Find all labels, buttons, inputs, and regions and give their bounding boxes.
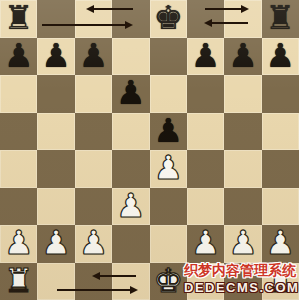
black-pawn-d6: ♟ [116,76,146,109]
square-c3 [75,188,112,226]
square-e8: ♚ [150,0,187,38]
square-d5 [112,113,149,151]
square-g4 [224,150,261,188]
white-pawn-b2: ♟ [41,226,71,259]
square-f5 [187,113,224,151]
white-pawn-e4: ♟ [153,151,183,184]
square-a2: ♟ [0,225,37,263]
square-b2: ♟ [37,225,74,263]
square-a4 [0,150,37,188]
square-e7 [150,38,187,76]
square-c7: ♟ [75,38,112,76]
white-pawn-a2: ♟ [4,226,34,259]
square-g6 [224,75,261,113]
square-e2 [150,225,187,263]
square-f1 [187,263,224,300]
white-pawn-c2: ♟ [79,226,109,259]
square-b4 [37,150,74,188]
black-pawn-b7: ♟ [41,39,71,72]
black-pawn-c7: ♟ [79,39,109,72]
square-a5 [0,113,37,151]
square-h2: ♟ [262,225,299,263]
square-g7: ♟ [224,38,261,76]
square-f7: ♟ [187,38,224,76]
square-e3 [150,188,187,226]
square-d1 [112,263,149,300]
square-h8: ♜ [262,0,299,38]
square-b8 [37,0,74,38]
square-h5 [262,113,299,151]
chess-diagram: ♜♚♜♟♟♟♟♟♟♟♟♟♟♟♟♟♟♟♟♜♚♜ 织梦内容管理系统 DEDECMS.… [0,0,299,300]
square-a3 [0,188,37,226]
white-rook-h1: ♜ [266,264,296,297]
square-c4 [75,150,112,188]
square-h7: ♟ [262,38,299,76]
square-h6 [262,75,299,113]
square-g2: ♟ [224,225,261,263]
square-b3 [37,188,74,226]
square-g1 [224,263,261,300]
square-e1: ♚ [150,263,187,300]
square-c2: ♟ [75,225,112,263]
square-d7 [112,38,149,76]
square-d2 [112,225,149,263]
square-g5 [224,113,261,151]
black-king-e8: ♚ [153,1,183,34]
square-f6 [187,75,224,113]
white-king-e1: ♚ [153,264,183,297]
square-h3 [262,188,299,226]
square-d4 [112,150,149,188]
black-pawn-f7: ♟ [191,39,221,72]
white-pawn-h2: ♟ [266,226,296,259]
white-rook-a1: ♜ [4,264,34,297]
square-a7: ♟ [0,38,37,76]
black-pawn-g7: ♟ [228,39,258,72]
white-pawn-g2: ♟ [228,226,258,259]
black-pawn-e5: ♟ [153,114,183,147]
square-b7: ♟ [37,38,74,76]
square-g3 [224,188,261,226]
square-e6 [150,75,187,113]
square-f8 [187,0,224,38]
black-rook-h8: ♜ [266,1,296,34]
black-pawn-h7: ♟ [266,39,296,72]
square-f3 [187,188,224,226]
square-h1: ♜ [262,263,299,300]
square-b1 [37,263,74,300]
white-pawn-f2: ♟ [191,226,221,259]
square-b6 [37,75,74,113]
square-f4 [187,150,224,188]
chess-board: ♜♚♜♟♟♟♟♟♟♟♟♟♟♟♟♟♟♟♟♜♚♜ [0,0,299,300]
square-e5: ♟ [150,113,187,151]
square-c6 [75,75,112,113]
square-c5 [75,113,112,151]
white-pawn-d3: ♟ [116,189,146,222]
square-c8 [75,0,112,38]
square-c1 [75,263,112,300]
square-a6 [0,75,37,113]
square-a8: ♜ [0,0,37,38]
black-rook-a8: ♜ [4,1,34,34]
square-h4 [262,150,299,188]
square-a1: ♜ [0,263,37,300]
square-g8 [224,0,261,38]
black-pawn-a7: ♟ [4,39,34,72]
square-b5 [37,113,74,151]
square-e4: ♟ [150,150,187,188]
square-d3: ♟ [112,188,149,226]
square-f2: ♟ [187,225,224,263]
square-d6: ♟ [112,75,149,113]
square-d8 [112,0,149,38]
